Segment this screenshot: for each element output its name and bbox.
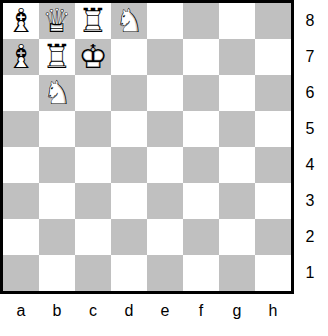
piece-white-bishop[interactable]: ♝♗: [3, 39, 39, 75]
square-e7[interactable]: [147, 39, 183, 75]
square-h2[interactable]: [255, 219, 291, 255]
square-d2[interactable]: [111, 219, 147, 255]
white-bishop-outline-glyph: ♗: [6, 39, 36, 75]
square-f3[interactable]: [183, 183, 219, 219]
square-g4[interactable]: [219, 147, 255, 183]
rank-label-8: 8: [294, 3, 326, 39]
file-label-f: f: [183, 302, 219, 320]
square-e2[interactable]: [147, 219, 183, 255]
square-c5[interactable]: [75, 111, 111, 147]
chess-diagram: ♝♗♛♕♜♖♞♘♝♗♜♖♚♔♞♘ 87654321 abcdefgh: [0, 0, 328, 336]
piece-white-knight[interactable]: ♞♘: [39, 75, 75, 111]
file-labels: abcdefgh: [3, 294, 291, 320]
piece-white-king[interactable]: ♚♔: [75, 39, 111, 75]
rank-label-7: 7: [294, 39, 326, 75]
square-b2[interactable]: [39, 219, 75, 255]
white-rook-outline-glyph: ♖: [78, 3, 108, 39]
square-g2[interactable]: [219, 219, 255, 255]
square-b3[interactable]: [39, 183, 75, 219]
white-king-outline-glyph: ♔: [78, 39, 108, 75]
square-d3[interactable]: [111, 183, 147, 219]
square-e3[interactable]: [147, 183, 183, 219]
piece-white-queen[interactable]: ♛♕: [39, 3, 75, 39]
file-label-h: h: [255, 302, 291, 320]
square-b1[interactable]: [39, 255, 75, 291]
square-a8[interactable]: ♝♗: [3, 3, 39, 39]
square-a4[interactable]: [3, 147, 39, 183]
file-label-e: e: [147, 302, 183, 320]
rank-label-4: 4: [294, 147, 326, 183]
square-a1[interactable]: [3, 255, 39, 291]
square-e5[interactable]: [147, 111, 183, 147]
file-label-c: c: [75, 302, 111, 320]
square-c4[interactable]: [75, 147, 111, 183]
square-f2[interactable]: [183, 219, 219, 255]
square-a5[interactable]: [3, 111, 39, 147]
square-c1[interactable]: [75, 255, 111, 291]
rank-label-3: 3: [294, 183, 326, 219]
file-label-b: b: [39, 302, 75, 320]
square-f1[interactable]: [183, 255, 219, 291]
square-h1[interactable]: [255, 255, 291, 291]
square-g6[interactable]: [219, 75, 255, 111]
square-h6[interactable]: [255, 75, 291, 111]
square-a6[interactable]: [3, 75, 39, 111]
square-a7[interactable]: ♝♗: [3, 39, 39, 75]
piece-white-rook[interactable]: ♜♖: [75, 3, 111, 39]
white-bishop-outline-glyph: ♗: [6, 3, 36, 39]
square-f7[interactable]: [183, 39, 219, 75]
square-h4[interactable]: [255, 147, 291, 183]
file-label-g: g: [219, 302, 255, 320]
square-g5[interactable]: [219, 111, 255, 147]
square-c2[interactable]: [75, 219, 111, 255]
square-b8[interactable]: ♛♕: [39, 3, 75, 39]
piece-white-knight[interactable]: ♞♘: [111, 3, 147, 39]
square-g3[interactable]: [219, 183, 255, 219]
square-d8[interactable]: ♞♘: [111, 3, 147, 39]
square-d6[interactable]: [111, 75, 147, 111]
square-d4[interactable]: [111, 147, 147, 183]
square-g7[interactable]: [219, 39, 255, 75]
square-a2[interactable]: [3, 219, 39, 255]
square-f8[interactable]: [183, 3, 219, 39]
rank-label-2: 2: [294, 219, 326, 255]
square-g8[interactable]: [219, 3, 255, 39]
square-h5[interactable]: [255, 111, 291, 147]
chess-board: ♝♗♛♕♜♖♞♘♝♗♜♖♚♔♞♘: [0, 0, 294, 294]
square-b7[interactable]: ♜♖: [39, 39, 75, 75]
rank-labels: 87654321: [294, 3, 326, 291]
piece-white-rook[interactable]: ♜♖: [39, 39, 75, 75]
piece-white-bishop[interactable]: ♝♗: [3, 3, 39, 39]
square-e6[interactable]: [147, 75, 183, 111]
white-knight-outline-glyph: ♘: [42, 75, 72, 111]
square-c3[interactable]: [75, 183, 111, 219]
square-g1[interactable]: [219, 255, 255, 291]
square-b5[interactable]: [39, 111, 75, 147]
white-queen-outline-glyph: ♕: [42, 3, 72, 39]
square-e8[interactable]: [147, 3, 183, 39]
square-c6[interactable]: [75, 75, 111, 111]
square-c7[interactable]: ♚♔: [75, 39, 111, 75]
square-h3[interactable]: [255, 183, 291, 219]
square-f4[interactable]: [183, 147, 219, 183]
square-d7[interactable]: [111, 39, 147, 75]
square-d1[interactable]: [111, 255, 147, 291]
square-h8[interactable]: [255, 3, 291, 39]
square-e4[interactable]: [147, 147, 183, 183]
rank-label-1: 1: [294, 255, 326, 291]
square-a3[interactable]: [3, 183, 39, 219]
square-b6[interactable]: ♞♘: [39, 75, 75, 111]
square-d5[interactable]: [111, 111, 147, 147]
square-h7[interactable]: [255, 39, 291, 75]
file-label-a: a: [3, 302, 39, 320]
square-f5[interactable]: [183, 111, 219, 147]
white-knight-outline-glyph: ♘: [114, 3, 144, 39]
square-e1[interactable]: [147, 255, 183, 291]
rank-label-6: 6: [294, 75, 326, 111]
file-label-d: d: [111, 302, 147, 320]
square-c8[interactable]: ♜♖: [75, 3, 111, 39]
square-f6[interactable]: [183, 75, 219, 111]
rank-label-5: 5: [294, 111, 326, 147]
white-rook-outline-glyph: ♖: [42, 39, 72, 75]
square-b4[interactable]: [39, 147, 75, 183]
